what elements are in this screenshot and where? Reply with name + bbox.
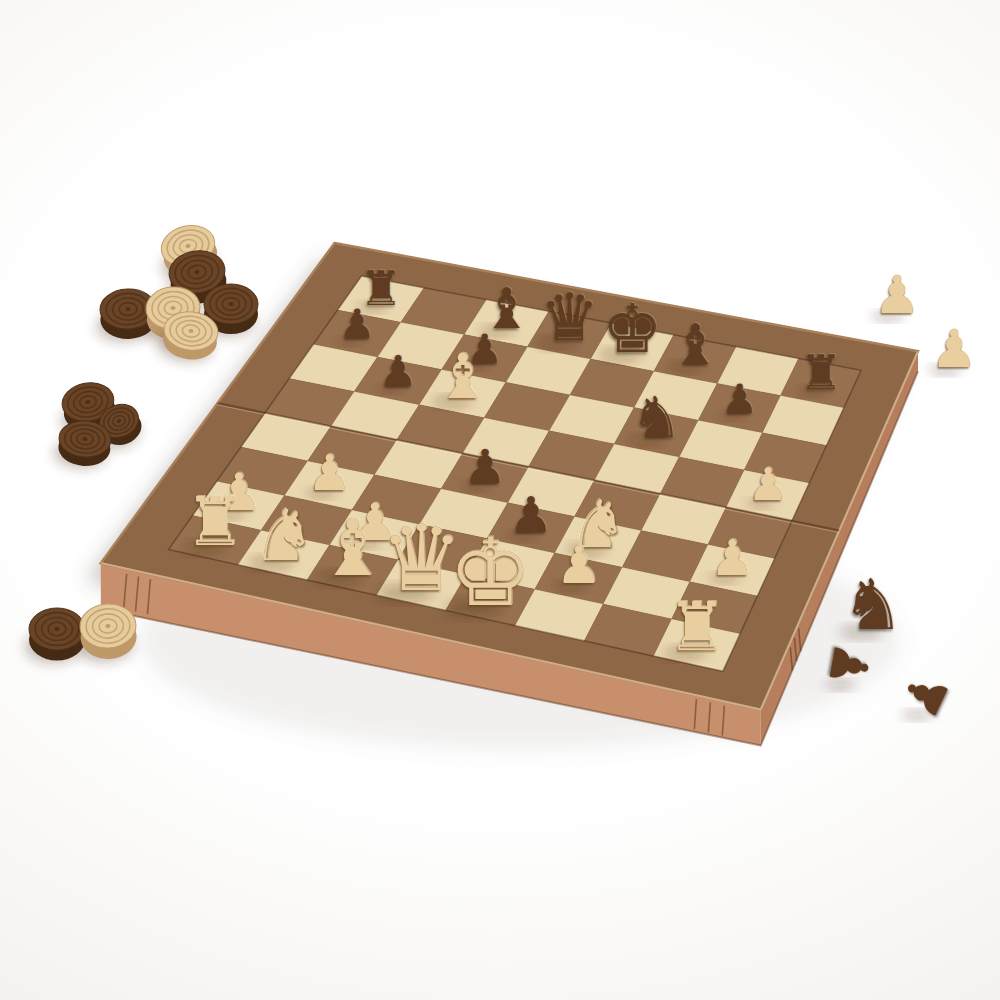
captured-white-pawn-2[interactable]: ♟	[928, 323, 980, 375]
black-pawn-glyph: ♟	[379, 350, 417, 393]
black-bishop-glyph: ♝	[670, 317, 720, 373]
white-pawn-f2[interactable]: ♟	[553, 540, 604, 591]
white-pawn-glyph: ♟	[874, 269, 921, 321]
black-pawn-glyph: ♟	[820, 639, 877, 692]
black-queen-d8[interactable]: ♛	[537, 285, 603, 351]
black-king-glyph: ♚	[602, 296, 662, 363]
white-pawn-glyph: ♟	[931, 323, 978, 375]
black-rook-h8[interactable]: ♜	[797, 348, 845, 396]
black-king-e8[interactable]: ♚	[599, 296, 666, 363]
white-pawn-glyph: ♟	[308, 449, 352, 498]
white-king-e1[interactable]: ♚	[444, 526, 538, 620]
white-pawn-b3[interactable]: ♟	[305, 449, 354, 498]
black-knight-f6[interactable]: ♞	[628, 389, 685, 446]
white-rook-glyph: ♜	[667, 594, 727, 661]
white-pawn-glyph: ♟	[748, 463, 788, 508]
captured-white-pawn-1[interactable]: ♟	[871, 269, 923, 321]
captured-black-pawn-lying-1[interactable]: ♟	[820, 636, 878, 694]
black-bishop-f8[interactable]: ♝	[667, 317, 723, 373]
white-bishop-glyph: ♝	[435, 346, 491, 408]
black-pawn-a7[interactable]: ♟	[337, 304, 378, 345]
white-rook-h1[interactable]: ♜	[664, 594, 731, 661]
checker-light-c2[interactable]	[74, 603, 138, 664]
white-pawn-h5[interactable]: ♟	[745, 463, 790, 508]
checker-dark-c1[interactable]	[24, 608, 85, 664]
black-pawn-glyph: ♟	[339, 304, 375, 345]
black-knight-glyph: ♞	[842, 570, 905, 640]
white-pawn-glyph: ♟	[710, 534, 754, 583]
chess-board	[0, 0, 1000, 1000]
white-king-glyph: ♚	[448, 526, 532, 620]
white-rook-glyph: ♜	[185, 489, 245, 556]
black-pawn-d4[interactable]: ♟	[461, 443, 508, 490]
black-pawn-glyph: ♟	[721, 379, 757, 420]
checker-dark-b3[interactable]	[52, 419, 112, 471]
black-knight-glyph: ♞	[631, 389, 682, 446]
black-pawn-b6[interactable]: ♟	[377, 350, 420, 393]
black-pawn-g7[interactable]: ♟	[719, 379, 760, 420]
captured-black-knight[interactable]: ♞	[838, 570, 908, 640]
white-knight-glyph: ♞	[252, 500, 316, 571]
white-knight-b1[interactable]: ♞	[248, 500, 319, 571]
white-bishop-c6[interactable]: ♝	[432, 346, 494, 408]
product-photo-scene: ♜♝♛♚♝♜♟♟♟♟♝♞♟♟♟♟♞♟♟♟♟♜♞♝♛♚♜♟♟♞♟♟	[0, 0, 1000, 1000]
white-pawn-glyph: ♟	[556, 540, 602, 591]
white-pawn-h3[interactable]: ♟	[708, 534, 757, 583]
black-queen-glyph: ♛	[540, 285, 599, 351]
black-rook-glyph: ♜	[799, 348, 842, 396]
black-pawn-glyph: ♟	[464, 443, 506, 490]
white-rook-a1[interactable]: ♜	[182, 489, 249, 556]
